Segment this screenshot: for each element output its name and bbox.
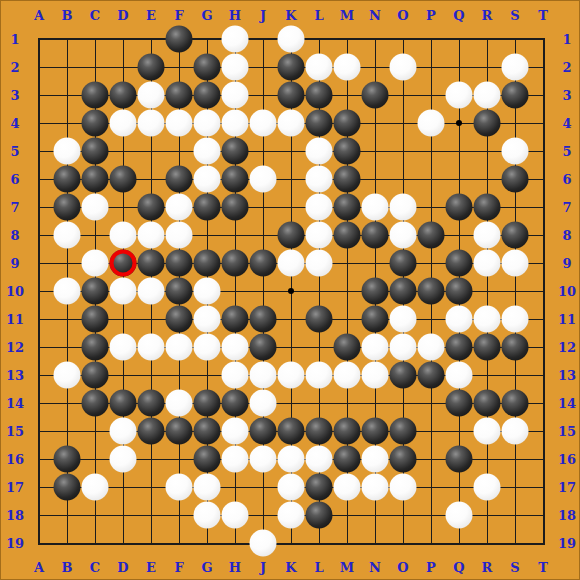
white-stone-N12 xyxy=(362,334,389,361)
black-stone-B7 xyxy=(54,194,81,221)
black-stone-D14 xyxy=(110,390,137,417)
col-label-bottom-P: P xyxy=(426,561,436,574)
go-board[interactable]: AABBCCDDEEFFGGHHJJKKLLMMNNOOPPQQRRSSTT11… xyxy=(0,0,580,580)
white-stone-L16 xyxy=(306,446,333,473)
black-stone-J15 xyxy=(250,418,277,445)
black-stone-E2 xyxy=(138,54,165,81)
black-stone-P13 xyxy=(418,362,445,389)
col-label-bottom-T: T xyxy=(538,561,548,574)
black-stone-S8 xyxy=(502,222,529,249)
col-label-top-Q: Q xyxy=(453,9,464,22)
white-stone-K18 xyxy=(278,502,305,529)
row-label-left-4: 4 xyxy=(10,117,19,130)
white-stone-O12 xyxy=(390,334,417,361)
row-label-left-18: 18 xyxy=(6,509,24,522)
white-stone-G4 xyxy=(194,110,221,137)
row-label-left-19: 19 xyxy=(6,537,24,550)
black-stone-R7 xyxy=(474,194,501,221)
black-stone-G2 xyxy=(194,54,221,81)
black-stone-E15 xyxy=(138,418,165,445)
white-stone-Q3 xyxy=(446,82,473,109)
black-stone-C5 xyxy=(82,138,109,165)
white-stone-F17 xyxy=(166,474,193,501)
col-label-bottom-E: E xyxy=(146,561,156,574)
col-label-bottom-N: N xyxy=(369,561,381,574)
col-label-bottom-L: L xyxy=(314,561,323,574)
black-stone-O9 xyxy=(390,250,417,277)
white-stone-G12 xyxy=(194,334,221,361)
black-stone-J12 xyxy=(250,334,277,361)
black-stone-M8 xyxy=(334,222,361,249)
row-label-left-13: 13 xyxy=(6,369,24,382)
black-stone-C12 xyxy=(82,334,109,361)
white-stone-R17 xyxy=(474,474,501,501)
row-label-right-3: 3 xyxy=(562,89,571,102)
white-stone-J14 xyxy=(250,390,277,417)
black-stone-L15 xyxy=(306,418,333,445)
col-label-bottom-C: C xyxy=(90,561,100,574)
black-stone-K3 xyxy=(278,82,305,109)
col-label-bottom-K: K xyxy=(285,561,296,574)
black-stone-C14 xyxy=(82,390,109,417)
white-stone-O8 xyxy=(390,222,417,249)
white-stone-D12 xyxy=(110,334,137,361)
black-stone-B17 xyxy=(54,474,81,501)
black-stone-M4 xyxy=(334,110,361,137)
col-label-top-M: M xyxy=(340,9,354,22)
col-label-bottom-A: A xyxy=(34,561,44,574)
col-label-top-S: S xyxy=(510,9,519,22)
white-stone-N17 xyxy=(362,474,389,501)
white-stone-F7 xyxy=(166,194,193,221)
black-stone-G15 xyxy=(194,418,221,445)
black-stone-C13 xyxy=(82,362,109,389)
white-stone-H1 xyxy=(222,26,249,53)
white-stone-J19 xyxy=(250,530,277,557)
row-label-left-15: 15 xyxy=(6,425,24,438)
col-label-top-G: G xyxy=(201,9,212,22)
black-stone-K2 xyxy=(278,54,305,81)
black-stone-C10 xyxy=(82,278,109,305)
white-stone-K16 xyxy=(278,446,305,473)
row-label-right-12: 12 xyxy=(558,341,576,354)
col-label-bottom-O: O xyxy=(397,561,408,574)
white-stone-H4 xyxy=(222,110,249,137)
star-point-K10 xyxy=(288,288,294,294)
white-stone-K9 xyxy=(278,250,305,277)
black-stone-J11 xyxy=(250,306,277,333)
white-stone-O17 xyxy=(390,474,417,501)
black-stone-G9 xyxy=(194,250,221,277)
row-label-right-18: 18 xyxy=(558,509,576,522)
white-stone-C17 xyxy=(82,474,109,501)
white-stone-M2 xyxy=(334,54,361,81)
white-stone-G6 xyxy=(194,166,221,193)
white-stone-G5 xyxy=(194,138,221,165)
white-stone-H18 xyxy=(222,502,249,529)
white-stone-S11 xyxy=(502,306,529,333)
row-label-left-14: 14 xyxy=(6,397,24,410)
white-stone-O7 xyxy=(390,194,417,221)
black-stone-R14 xyxy=(474,390,501,417)
black-stone-M16 xyxy=(334,446,361,473)
row-label-right-11: 11 xyxy=(558,313,576,326)
white-stone-M13 xyxy=(334,362,361,389)
black-stone-O13 xyxy=(390,362,417,389)
row-label-left-16: 16 xyxy=(6,453,24,466)
white-stone-H2 xyxy=(222,54,249,81)
white-stone-L6 xyxy=(306,166,333,193)
black-stone-O16 xyxy=(390,446,417,473)
row-label-left-8: 8 xyxy=(10,229,19,242)
white-stone-B5 xyxy=(54,138,81,165)
col-label-top-C: C xyxy=(90,9,100,22)
black-stone-J9 xyxy=(250,250,277,277)
black-stone-Q12 xyxy=(446,334,473,361)
white-stone-J13 xyxy=(250,362,277,389)
white-stone-G10 xyxy=(194,278,221,305)
white-stone-O2 xyxy=(390,54,417,81)
col-label-top-D: D xyxy=(117,9,128,22)
white-stone-M17 xyxy=(334,474,361,501)
white-stone-H3 xyxy=(222,82,249,109)
white-stone-S15 xyxy=(502,418,529,445)
white-stone-P12 xyxy=(418,334,445,361)
black-stone-G16 xyxy=(194,446,221,473)
white-stone-B8 xyxy=(54,222,81,249)
row-label-left-5: 5 xyxy=(10,145,19,158)
black-stone-M15 xyxy=(334,418,361,445)
white-stone-C7 xyxy=(82,194,109,221)
white-stone-H16 xyxy=(222,446,249,473)
black-stone-L3 xyxy=(306,82,333,109)
white-stone-L8 xyxy=(306,222,333,249)
col-label-bottom-Q: Q xyxy=(453,561,464,574)
col-label-top-R: R xyxy=(482,9,493,22)
black-stone-B6 xyxy=(54,166,81,193)
black-stone-D3 xyxy=(110,82,137,109)
col-label-top-B: B xyxy=(62,9,73,22)
black-stone-E7 xyxy=(138,194,165,221)
black-stone-B16 xyxy=(54,446,81,473)
row-label-right-5: 5 xyxy=(562,145,571,158)
white-stone-R8 xyxy=(474,222,501,249)
row-label-left-1: 1 xyxy=(10,33,19,46)
black-stone-H14 xyxy=(222,390,249,417)
black-stone-F10 xyxy=(166,278,193,305)
white-stone-P4 xyxy=(418,110,445,137)
col-label-top-A: A xyxy=(34,9,44,22)
white-stone-D10 xyxy=(110,278,137,305)
row-label-right-13: 13 xyxy=(558,369,576,382)
white-stone-L7 xyxy=(306,194,333,221)
white-stone-N7 xyxy=(362,194,389,221)
black-stone-F15 xyxy=(166,418,193,445)
white-stone-E4 xyxy=(138,110,165,137)
row-label-left-17: 17 xyxy=(6,481,24,494)
white-stone-H12 xyxy=(222,334,249,361)
white-stone-Q11 xyxy=(446,306,473,333)
white-stone-L5 xyxy=(306,138,333,165)
white-stone-S9 xyxy=(502,250,529,277)
black-stone-M12 xyxy=(334,334,361,361)
black-stone-P8 xyxy=(418,222,445,249)
col-label-top-H: H xyxy=(229,9,241,22)
white-stone-L9 xyxy=(306,250,333,277)
black-stone-F3 xyxy=(166,82,193,109)
white-stone-K4 xyxy=(278,110,305,137)
col-label-top-K: K xyxy=(285,9,296,22)
white-stone-D16 xyxy=(110,446,137,473)
white-stone-N13 xyxy=(362,362,389,389)
white-stone-E10 xyxy=(138,278,165,305)
white-stone-L13 xyxy=(306,362,333,389)
row-label-right-14: 14 xyxy=(558,397,576,410)
white-stone-R9 xyxy=(474,250,501,277)
black-stone-N15 xyxy=(362,418,389,445)
row-label-left-10: 10 xyxy=(6,285,24,298)
black-stone-F6 xyxy=(166,166,193,193)
black-stone-K8 xyxy=(278,222,305,249)
row-label-right-8: 8 xyxy=(562,229,571,242)
black-stone-L4 xyxy=(306,110,333,137)
black-stone-M5 xyxy=(334,138,361,165)
black-stone-H9 xyxy=(222,250,249,277)
white-stone-J6 xyxy=(250,166,277,193)
black-stone-M7 xyxy=(334,194,361,221)
white-stone-E12 xyxy=(138,334,165,361)
col-label-top-P: P xyxy=(426,9,436,22)
col-label-top-E: E xyxy=(146,9,156,22)
white-stone-L2 xyxy=(306,54,333,81)
col-label-bottom-F: F xyxy=(174,561,183,574)
white-stone-G18 xyxy=(194,502,221,529)
black-stone-F11 xyxy=(166,306,193,333)
black-stone-F1 xyxy=(166,26,193,53)
black-stone-H6 xyxy=(222,166,249,193)
black-stone-S12 xyxy=(502,334,529,361)
white-stone-G11 xyxy=(194,306,221,333)
white-stone-K17 xyxy=(278,474,305,501)
row-label-right-16: 16 xyxy=(558,453,576,466)
row-label-right-7: 7 xyxy=(562,201,571,214)
col-label-bottom-R: R xyxy=(482,561,493,574)
row-label-right-2: 2 xyxy=(562,61,571,74)
row-label-right-6: 6 xyxy=(562,173,571,186)
white-stone-K1 xyxy=(278,26,305,53)
row-label-left-11: 11 xyxy=(6,313,24,326)
col-label-bottom-H: H xyxy=(229,561,241,574)
row-label-left-9: 9 xyxy=(10,257,19,270)
white-stone-D4 xyxy=(110,110,137,137)
black-stone-H11 xyxy=(222,306,249,333)
row-label-right-9: 9 xyxy=(562,257,571,270)
row-label-right-17: 17 xyxy=(558,481,576,494)
col-label-top-O: O xyxy=(397,9,408,22)
black-stone-Q14 xyxy=(446,390,473,417)
black-stone-K15 xyxy=(278,418,305,445)
white-stone-R3 xyxy=(474,82,501,109)
row-label-right-4: 4 xyxy=(562,117,571,130)
black-stone-R12 xyxy=(474,334,501,361)
row-label-left-7: 7 xyxy=(10,201,19,214)
black-stone-H5 xyxy=(222,138,249,165)
black-stone-O15 xyxy=(390,418,417,445)
white-stone-D8 xyxy=(110,222,137,249)
black-stone-Q7 xyxy=(446,194,473,221)
col-label-bottom-S: S xyxy=(510,561,519,574)
white-stone-E8 xyxy=(138,222,165,249)
black-stone-Q16 xyxy=(446,446,473,473)
last-move-marker-D9 xyxy=(110,250,137,277)
white-stone-D15 xyxy=(110,418,137,445)
col-label-top-F: F xyxy=(174,9,183,22)
black-stone-C6 xyxy=(82,166,109,193)
black-stone-N8 xyxy=(362,222,389,249)
row-label-left-2: 2 xyxy=(10,61,19,74)
black-stone-G14 xyxy=(194,390,221,417)
row-label-left-12: 12 xyxy=(6,341,24,354)
col-label-top-L: L xyxy=(314,9,323,22)
row-label-right-10: 10 xyxy=(558,285,576,298)
black-stone-C11 xyxy=(82,306,109,333)
col-label-top-T: T xyxy=(538,9,548,22)
white-stone-R15 xyxy=(474,418,501,445)
white-stone-H13 xyxy=(222,362,249,389)
black-stone-G7 xyxy=(194,194,221,221)
black-stone-S6 xyxy=(502,166,529,193)
white-stone-B10 xyxy=(54,278,81,305)
col-label-bottom-J: J xyxy=(260,561,266,574)
white-stone-S2 xyxy=(502,54,529,81)
black-stone-G3 xyxy=(194,82,221,109)
col-label-bottom-B: B xyxy=(62,561,73,574)
white-stone-G17 xyxy=(194,474,221,501)
white-stone-C9 xyxy=(82,250,109,277)
col-label-bottom-D: D xyxy=(117,561,128,574)
black-stone-N11 xyxy=(362,306,389,333)
col-label-top-N: N xyxy=(369,9,381,22)
black-stone-P10 xyxy=(418,278,445,305)
col-label-top-J: J xyxy=(260,9,266,22)
white-stone-S5 xyxy=(502,138,529,165)
black-stone-H7 xyxy=(222,194,249,221)
black-stone-E14 xyxy=(138,390,165,417)
black-stone-F9 xyxy=(166,250,193,277)
black-stone-L18 xyxy=(306,502,333,529)
white-stone-E3 xyxy=(138,82,165,109)
white-stone-H15 xyxy=(222,418,249,445)
col-label-bottom-M: M xyxy=(340,561,354,574)
white-stone-Q18 xyxy=(446,502,473,529)
black-stone-E9 xyxy=(138,250,165,277)
black-stone-S14 xyxy=(502,390,529,417)
black-stone-S3 xyxy=(502,82,529,109)
black-stone-D6 xyxy=(110,166,137,193)
white-stone-B13 xyxy=(54,362,81,389)
white-stone-F8 xyxy=(166,222,193,249)
black-stone-L17 xyxy=(306,474,333,501)
white-stone-F12 xyxy=(166,334,193,361)
white-stone-F14 xyxy=(166,390,193,417)
white-stone-Q13 xyxy=(446,362,473,389)
black-stone-C3 xyxy=(82,82,109,109)
white-stone-O11 xyxy=(390,306,417,333)
white-stone-F4 xyxy=(166,110,193,137)
black-stone-N3 xyxy=(362,82,389,109)
white-stone-N16 xyxy=(362,446,389,473)
col-label-bottom-G: G xyxy=(201,561,212,574)
row-label-left-3: 3 xyxy=(10,89,19,102)
row-label-right-1: 1 xyxy=(562,33,571,46)
white-stone-J4 xyxy=(250,110,277,137)
screenshot-root: { "game": "go", "board_size": 19, "posit… xyxy=(0,0,580,580)
white-stone-R11 xyxy=(474,306,501,333)
white-stone-K13 xyxy=(278,362,305,389)
black-stone-Q9 xyxy=(446,250,473,277)
row-label-right-15: 15 xyxy=(558,425,576,438)
black-stone-M6 xyxy=(334,166,361,193)
black-stone-O10 xyxy=(390,278,417,305)
black-stone-N10 xyxy=(362,278,389,305)
row-label-right-19: 19 xyxy=(558,537,576,550)
black-stone-R4 xyxy=(474,110,501,137)
black-stone-C4 xyxy=(82,110,109,137)
black-stone-Q10 xyxy=(446,278,473,305)
star-point-Q4 xyxy=(456,120,462,126)
black-stone-L11 xyxy=(306,306,333,333)
row-label-left-6: 6 xyxy=(10,173,19,186)
white-stone-J16 xyxy=(250,446,277,473)
